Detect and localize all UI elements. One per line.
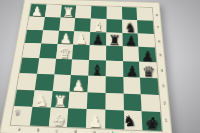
square-e5[interactable]	[89, 45, 106, 60]
square-d6[interactable]: ♟	[73, 31, 90, 45]
rank-label: 8	[155, 13, 158, 17]
square-e1[interactable]: ♟	[86, 109, 105, 128]
piece-black-pawn[interactable]: ♟	[139, 48, 156, 65]
square-e8[interactable]	[91, 6, 107, 19]
piece-black-bishop[interactable]: ♝	[88, 61, 106, 78]
square-h5[interactable]: ♟	[139, 47, 157, 62]
square-h3[interactable]	[140, 77, 159, 94]
square-c7[interactable]	[59, 17, 76, 31]
captured-black-knight[interactable]: ♞	[122, 112, 137, 131]
square-c8[interactable]: ♜	[60, 5, 76, 18]
square-h6[interactable]	[138, 33, 155, 48]
square-d2[interactable]	[69, 91, 88, 109]
rank-label: 5	[159, 53, 162, 58]
file-label: c	[55, 128, 58, 133]
square-e6[interactable]: ♟	[90, 32, 106, 46]
file-label: a	[18, 126, 22, 132]
piece-black-pawn[interactable]: ♟	[122, 33, 139, 49]
square-g6[interactable]: ♟	[122, 33, 139, 47]
table-photo: ♟♜♝♞♟♟♟♜♟♛♟♝♟♛♟♞♜♛♚♟♚ abcdefgh 87654321 …	[0, 0, 200, 133]
square-f4[interactable]	[106, 61, 123, 77]
piece-white-queen[interactable]: ♛	[55, 45, 72, 62]
piece-black-pawn[interactable]: ♟	[123, 62, 141, 79]
square-g3[interactable]	[123, 77, 141, 94]
square-e2[interactable]	[87, 92, 106, 110]
piece-white-king[interactable]: ♚	[48, 110, 68, 129]
square-b1[interactable]	[30, 107, 51, 126]
square-a3[interactable]	[17, 73, 37, 90]
square-b6[interactable]	[41, 30, 59, 44]
square-c4[interactable]	[54, 59, 72, 75]
square-c2[interactable]: ♜	[50, 91, 70, 109]
square-f3[interactable]	[105, 76, 123, 93]
square-c1[interactable]: ♚	[48, 108, 68, 127]
square-d3[interactable]: ♟	[70, 75, 88, 92]
square-b8[interactable]	[45, 4, 62, 17]
piece-white-pawn[interactable]: ♟	[73, 31, 90, 47]
piece-white-rook[interactable]: ♜	[50, 93, 69, 111]
square-c6[interactable]: ♟	[57, 30, 74, 44]
square-e4[interactable]: ♝	[88, 60, 105, 76]
square-f7[interactable]	[106, 19, 122, 33]
square-g2[interactable]	[123, 93, 142, 111]
square-d4[interactable]	[71, 59, 89, 75]
square-a5[interactable]	[22, 43, 41, 58]
captured-pieces-tray: ♞♝	[119, 110, 189, 133]
file-label: e	[93, 129, 96, 133]
piece-black-pawn[interactable]: ♟	[90, 32, 107, 48]
square-d8[interactable]	[75, 5, 91, 18]
captured-black-bishop[interactable]: ♝	[145, 113, 160, 132]
rank-label: 3	[162, 84, 165, 89]
piece-black-queen[interactable]: ♛	[140, 63, 158, 80]
rank-label: 6	[158, 39, 161, 43]
piece-white-rook[interactable]: ♜	[60, 5, 76, 20]
square-g7[interactable]: ♞	[122, 19, 138, 33]
square-d1[interactable]	[67, 109, 87, 128]
board-maker-logo-icon: ♛	[14, 108, 22, 119]
square-d7[interactable]	[74, 18, 90, 32]
square-b3[interactable]	[35, 74, 54, 91]
square-g5[interactable]	[122, 47, 139, 62]
file-label: b	[36, 127, 40, 133]
square-e3[interactable]	[88, 75, 106, 92]
rank-label: 4	[160, 68, 163, 73]
square-f8[interactable]	[106, 6, 121, 19]
square-h7[interactable]	[137, 20, 154, 34]
square-g8[interactable]	[122, 7, 138, 20]
square-e7[interactable]: ♝	[90, 18, 106, 32]
piece-white-knight[interactable]: ♞	[32, 92, 51, 110]
piece-black-rook[interactable]: ♜	[106, 32, 123, 48]
square-f6[interactable]: ♜	[106, 32, 122, 46]
piece-white-pawn[interactable]: ♟	[70, 76, 88, 94]
square-f2[interactable]	[105, 93, 123, 111]
square-h4[interactable]: ♛	[139, 62, 157, 78]
square-b4[interactable]	[37, 58, 56, 74]
square-a8[interactable]: ♟	[29, 4, 46, 17]
piece-white-pawn[interactable]: ♟	[86, 112, 106, 131]
square-b5[interactable]	[39, 44, 57, 59]
square-d5[interactable]	[72, 45, 89, 60]
rank-label: 2	[163, 100, 166, 105]
square-c5[interactable]: ♛	[56, 44, 74, 59]
file-label: f	[112, 130, 114, 133]
square-b7[interactable]	[43, 17, 60, 31]
file-label: d	[74, 128, 77, 133]
square-c3[interactable]	[52, 74, 71, 91]
square-g4[interactable]: ♟	[123, 61, 141, 77]
square-f5[interactable]	[106, 46, 123, 61]
square-b2[interactable]: ♞	[32, 90, 52, 108]
piece-white-pawn[interactable]: ♟	[29, 4, 45, 19]
square-h8[interactable]	[137, 7, 153, 20]
rank-label: 7	[156, 26, 159, 30]
